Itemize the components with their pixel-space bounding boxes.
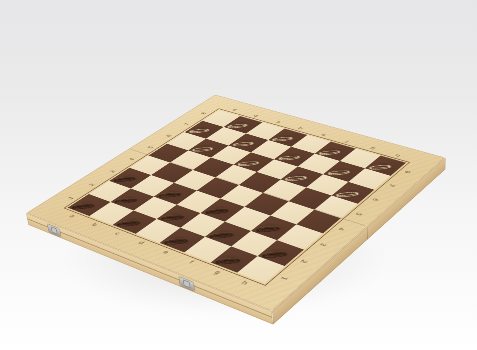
piece-shadow [259, 221, 287, 235]
checker-piece-dark-g3[interactable]: ⛂ [255, 225, 281, 233]
square-f2[interactable]: ⛂ [205, 222, 250, 247]
checker-piece-dark-f2[interactable]: ⛂ [209, 231, 234, 239]
piece-shadow [214, 227, 242, 241]
checker-piece-dark-c3[interactable]: ⛂ [157, 191, 181, 198]
latch-icon [48, 224, 61, 236]
perspective-wrapper: abcdefgh abcdefgh 87654321 87654321 ⛀⛀⛀⛀… [0, 0, 477, 350]
square-g2[interactable] [231, 231, 277, 256]
fold-seam-edge [367, 227, 368, 240]
square-c2[interactable] [133, 196, 177, 219]
checkers-board: abcdefgh abcdefgh 87654321 87654321 ⛀⛀⛀⛀… [26, 95, 446, 312]
latch-hook-icon [51, 226, 58, 234]
product-photo-stage: abcdefgh abcdefgh 87654321 87654321 ⛀⛀⛀⛀… [0, 0, 477, 350]
latch-hook-icon [183, 279, 191, 288]
latch-icon [179, 277, 194, 291]
square-g4[interactable] [270, 201, 314, 224]
square-f3[interactable] [225, 207, 270, 231]
square-e3[interactable]: ⛂ [201, 199, 245, 222]
checker-piece-dark-e1[interactable]: ⛂ [164, 237, 189, 245]
square-g3[interactable]: ⛂ [251, 216, 296, 240]
camera-roll-wrapper: abcdefgh abcdefgh 87654321 87654321 ⛀⛀⛀⛀… [0, 0, 477, 350]
checker-piece-light-h6[interactable]: ⛀ [335, 190, 360, 197]
piece-shadow [209, 204, 236, 217]
checker-piece-light-f6[interactable]: ⛀ [284, 175, 308, 182]
